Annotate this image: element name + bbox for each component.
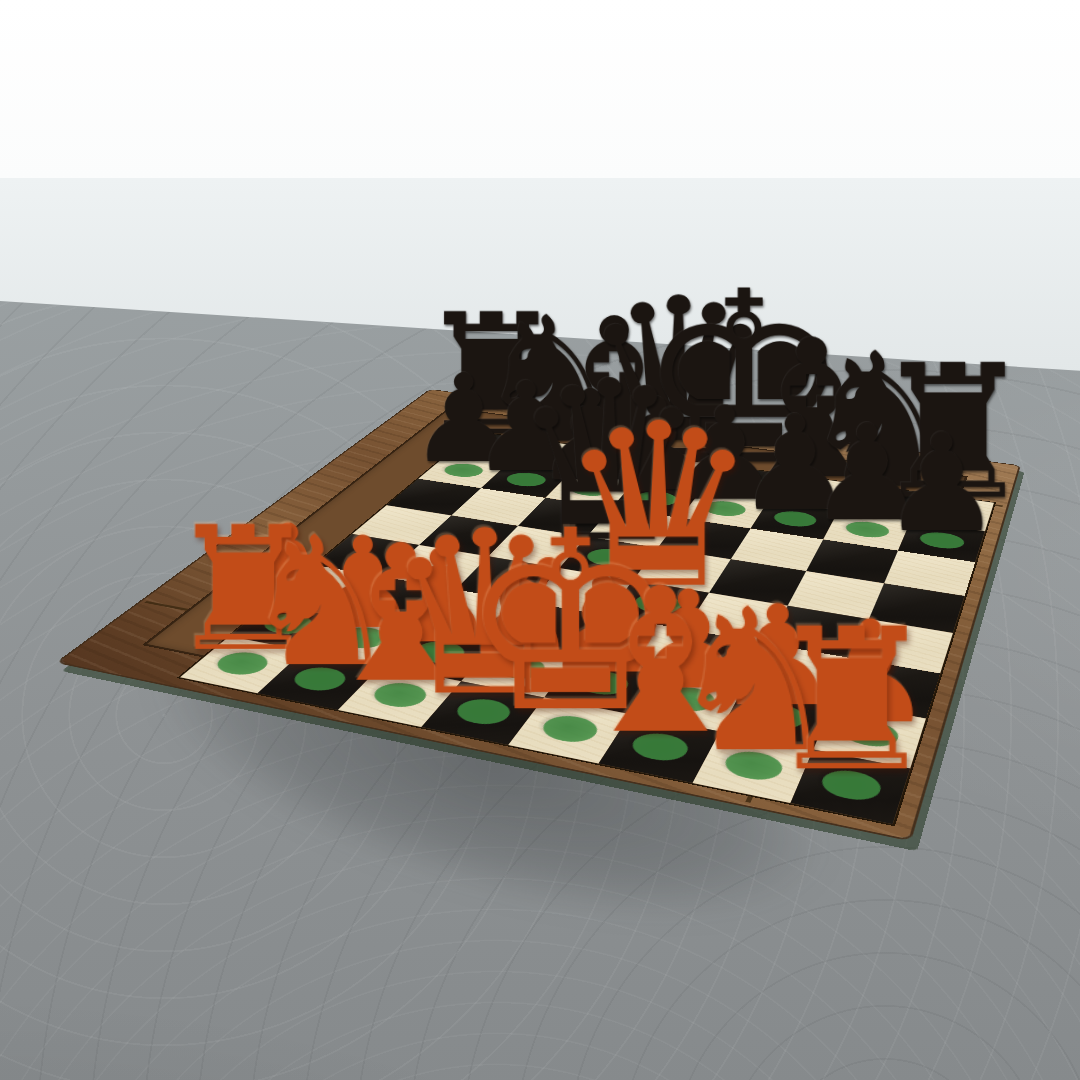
chess-set-photo: ♜♞♝♛♚♝♞♜♟♟♟♟♟♟♟♟♛♛♟♟♟♟♟♟♟♟♜♞♝♛♚♝♞♜	[0, 0, 1080, 1080]
square-h1[interactable]: ♜	[790, 750, 910, 825]
red-rook-h1[interactable]: ♜	[587, 330, 1080, 786]
